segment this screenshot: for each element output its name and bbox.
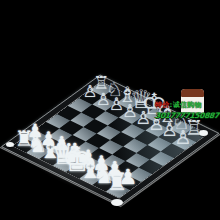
- watermark-line1: 特价:诚信购物: [155, 100, 219, 110]
- product-photo: ♖♘♗♕♔♗♘♖♙♙♙♙♙♙♙♙♟♟♟♟♟♟♟♟♜♞♝♛♚♝♞♜ 特价:诚信购物…: [0, 0, 220, 220]
- watermark-line1-red: 特价: [155, 101, 170, 109]
- watermark-line2: 3017777150887: [155, 111, 220, 120]
- board-foot-left: [6, 142, 14, 147]
- board-foot-near: [111, 199, 123, 206]
- watermark-line1-green: :诚信购物: [170, 101, 202, 109]
- seller-watermark: 特价:诚信购物 3017777150887: [155, 100, 219, 120]
- box-lid: [181, 89, 204, 97]
- board-foot-right: [199, 130, 208, 136]
